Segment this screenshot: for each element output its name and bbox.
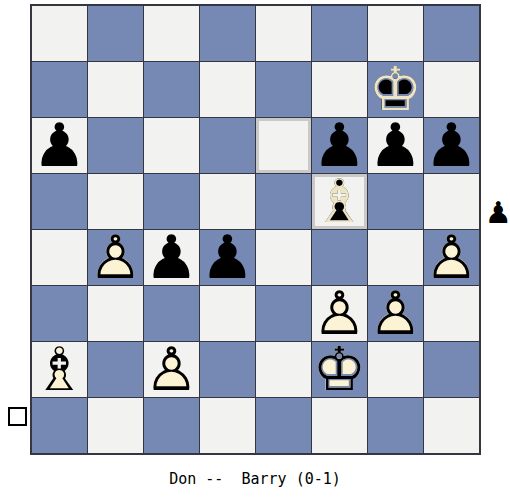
square-b7[interactable] — [88, 62, 143, 117]
square-c6[interactable] — [144, 118, 199, 173]
square-g7[interactable]: ♚♔ — [368, 62, 423, 117]
square-e6[interactable] — [256, 118, 311, 173]
square-a5[interactable] — [32, 174, 87, 229]
piece-black-pawn[interactable]: ♟ — [32, 118, 87, 173]
square-g1[interactable] — [368, 398, 423, 453]
square-d3[interactable] — [200, 286, 255, 341]
piece-black-pawn[interactable]: ♟ — [144, 230, 199, 285]
square-c7[interactable] — [144, 62, 199, 117]
square-b4[interactable]: ♟♙ — [88, 230, 143, 285]
square-d5[interactable] — [200, 174, 255, 229]
square-a4[interactable] — [32, 230, 87, 285]
square-h3[interactable] — [424, 286, 479, 341]
square-h8[interactable] — [424, 6, 479, 61]
square-d6[interactable] — [200, 118, 255, 173]
square-b3[interactable] — [88, 286, 143, 341]
square-f5[interactable]: ♝♗ — [312, 174, 367, 229]
square-c2[interactable]: ♟♙ — [144, 342, 199, 397]
white-to-move-indicator — [8, 407, 27, 426]
square-a7[interactable] — [32, 62, 87, 117]
square-d8[interactable] — [200, 6, 255, 61]
square-d7[interactable] — [200, 62, 255, 117]
square-e8[interactable] — [256, 6, 311, 61]
square-g3[interactable]: ♟♙ — [368, 286, 423, 341]
square-f1[interactable] — [312, 398, 367, 453]
square-a8[interactable] — [32, 6, 87, 61]
square-e7[interactable] — [256, 62, 311, 117]
square-f8[interactable] — [312, 6, 367, 61]
square-e2[interactable] — [256, 342, 311, 397]
square-h6[interactable]: ♟ — [424, 118, 479, 173]
square-c3[interactable] — [144, 286, 199, 341]
square-f6[interactable]: ♟ — [312, 118, 367, 173]
square-g5[interactable] — [368, 174, 423, 229]
square-d1[interactable] — [200, 398, 255, 453]
square-c1[interactable] — [144, 398, 199, 453]
square-b8[interactable] — [88, 6, 143, 61]
chess-board: ♚♔♟♟♟♟♝♗♟♙♟♟♟♙♟♙♟♙♝♗♟♙♚♔ — [30, 4, 481, 455]
piece-white-pawn[interactable]: ♟♙ — [424, 230, 479, 285]
square-a6[interactable]: ♟ — [32, 118, 87, 173]
square-h2[interactable] — [424, 342, 479, 397]
square-b6[interactable] — [88, 118, 143, 173]
square-b1[interactable] — [88, 398, 143, 453]
square-e5[interactable] — [256, 174, 311, 229]
square-g4[interactable] — [368, 230, 423, 285]
square-h7[interactable] — [424, 62, 479, 117]
square-f7[interactable] — [312, 62, 367, 117]
square-b2[interactable] — [88, 342, 143, 397]
square-d4[interactable]: ♟ — [200, 230, 255, 285]
piece-white-bishop[interactable]: ♝♗ — [32, 342, 87, 397]
piece-white-pawn[interactable]: ♟♙ — [144, 342, 199, 397]
piece-white-pawn[interactable]: ♟♙ — [312, 286, 367, 341]
square-c4[interactable]: ♟ — [144, 230, 199, 285]
piece-black-pawn[interactable]: ♟ — [424, 118, 479, 173]
game-caption: Don -- Barry (0-1) — [0, 470, 510, 488]
piece-white-king[interactable]: ♚♔ — [312, 342, 367, 397]
square-e1[interactable] — [256, 398, 311, 453]
piece-black-pawn[interactable]: ♟ — [368, 118, 423, 173]
square-g8[interactable] — [368, 6, 423, 61]
square-d2[interactable] — [200, 342, 255, 397]
square-f3[interactable]: ♟♙ — [312, 286, 367, 341]
square-e4[interactable] — [256, 230, 311, 285]
square-e3[interactable] — [256, 286, 311, 341]
square-c5[interactable] — [144, 174, 199, 229]
square-c8[interactable] — [144, 6, 199, 61]
square-a2[interactable]: ♝♗ — [32, 342, 87, 397]
piece-white-pawn[interactable]: ♟♙ — [88, 230, 143, 285]
piece-white-pawn[interactable]: ♟♙ — [368, 286, 423, 341]
square-h4[interactable]: ♟♙ — [424, 230, 479, 285]
square-h5[interactable] — [424, 174, 479, 229]
square-f4[interactable] — [312, 230, 367, 285]
square-h1[interactable] — [424, 398, 479, 453]
piece-black-pawn[interactable]: ♟ — [200, 230, 255, 285]
square-f2[interactable]: ♚♔ — [312, 342, 367, 397]
square-a3[interactable] — [32, 286, 87, 341]
square-g2[interactable] — [368, 342, 423, 397]
square-g6[interactable]: ♟ — [368, 118, 423, 173]
square-a1[interactable] — [32, 398, 87, 453]
piece-black-pawn[interactable]: ♟ — [312, 118, 367, 173]
black-extra-pawn-icon: ♟ — [485, 197, 509, 229]
square-b5[interactable] — [88, 174, 143, 229]
piece-black-bishop[interactable]: ♝♗ — [312, 174, 367, 229]
piece-black-king[interactable]: ♚♔ — [368, 62, 423, 117]
